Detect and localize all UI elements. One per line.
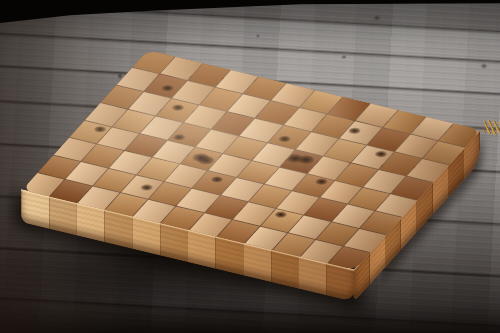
photo-scene (0, 0, 500, 333)
straw-sliver (483, 120, 500, 136)
